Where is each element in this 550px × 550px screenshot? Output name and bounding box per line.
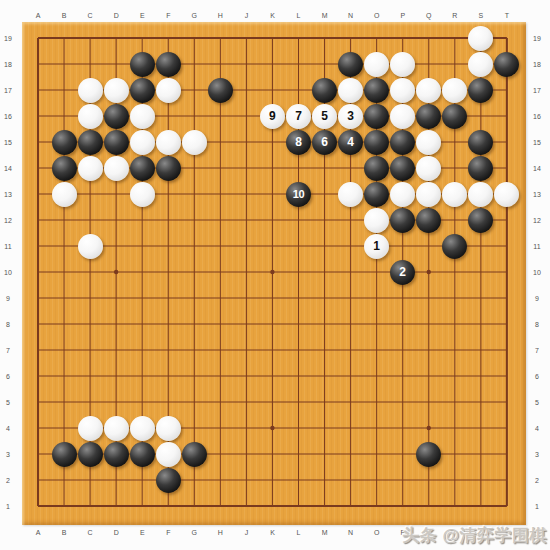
intersection-K7[interactable] [259, 337, 285, 363]
intersection-R8[interactable] [442, 311, 468, 337]
intersection-O11[interactable]: 1 [364, 233, 390, 259]
intersection-S17[interactable] [468, 77, 494, 103]
intersection-K13[interactable] [259, 181, 285, 207]
intersection-K11[interactable] [259, 233, 285, 259]
intersection-S12[interactable] [468, 207, 494, 233]
intersection-C18[interactable] [77, 51, 103, 77]
intersection-F2[interactable] [155, 467, 181, 493]
intersection-B1[interactable] [51, 493, 77, 519]
intersection-D10[interactable] [103, 259, 129, 285]
intersection-T10[interactable] [494, 259, 520, 285]
intersection-T16[interactable] [494, 103, 520, 129]
intersection-O10[interactable] [364, 259, 390, 285]
intersection-F1[interactable] [155, 493, 181, 519]
intersection-L1[interactable] [285, 493, 311, 519]
intersection-P14[interactable] [390, 155, 416, 181]
intersection-P13[interactable] [390, 181, 416, 207]
intersection-N7[interactable] [338, 337, 364, 363]
intersection-C15[interactable] [77, 129, 103, 155]
intersection-D7[interactable] [103, 337, 129, 363]
intersection-H8[interactable] [207, 311, 233, 337]
intersection-R15[interactable] [442, 129, 468, 155]
intersection-Q5[interactable] [416, 389, 442, 415]
intersection-E16[interactable] [129, 103, 155, 129]
intersection-J17[interactable] [233, 77, 259, 103]
intersection-K10[interactable] [259, 259, 285, 285]
intersection-S3[interactable] [468, 441, 494, 467]
intersection-J11[interactable] [233, 233, 259, 259]
intersection-J15[interactable] [233, 129, 259, 155]
intersection-H3[interactable] [207, 441, 233, 467]
intersection-F17[interactable] [155, 77, 181, 103]
intersection-G3[interactable] [181, 441, 207, 467]
intersection-S8[interactable] [468, 311, 494, 337]
intersection-E18[interactable] [129, 51, 155, 77]
intersection-E13[interactable] [129, 181, 155, 207]
intersection-M2[interactable] [312, 467, 338, 493]
intersection-E15[interactable] [129, 129, 155, 155]
intersection-N11[interactable] [338, 233, 364, 259]
intersection-G18[interactable] [181, 51, 207, 77]
intersection-H9[interactable] [207, 285, 233, 311]
intersection-T7[interactable] [494, 337, 520, 363]
intersection-P15[interactable] [390, 129, 416, 155]
intersection-F9[interactable] [155, 285, 181, 311]
intersection-P12[interactable] [390, 207, 416, 233]
intersection-M10[interactable] [312, 259, 338, 285]
intersection-L18[interactable] [285, 51, 311, 77]
intersection-T15[interactable] [494, 129, 520, 155]
intersection-N3[interactable] [338, 441, 364, 467]
intersection-M15[interactable]: 6 [312, 129, 338, 155]
intersection-T12[interactable] [494, 207, 520, 233]
intersection-J8[interactable] [233, 311, 259, 337]
intersection-B12[interactable] [51, 207, 77, 233]
intersection-E8[interactable] [129, 311, 155, 337]
intersection-R11[interactable] [442, 233, 468, 259]
intersection-K8[interactable] [259, 311, 285, 337]
intersection-O17[interactable] [364, 77, 390, 103]
intersection-M3[interactable] [312, 441, 338, 467]
intersection-P16[interactable] [390, 103, 416, 129]
intersection-N14[interactable] [338, 155, 364, 181]
intersection-O14[interactable] [364, 155, 390, 181]
intersection-G7[interactable] [181, 337, 207, 363]
intersection-D14[interactable] [103, 155, 129, 181]
intersection-G2[interactable] [181, 467, 207, 493]
intersection-M8[interactable] [312, 311, 338, 337]
intersection-O7[interactable] [364, 337, 390, 363]
intersection-L9[interactable] [285, 285, 311, 311]
intersection-Q2[interactable] [416, 467, 442, 493]
intersection-N13[interactable] [338, 181, 364, 207]
intersection-K5[interactable] [259, 389, 285, 415]
intersection-C14[interactable] [77, 155, 103, 181]
intersection-C2[interactable] [77, 467, 103, 493]
intersection-D13[interactable] [103, 181, 129, 207]
intersection-D16[interactable] [103, 103, 129, 129]
intersection-S13[interactable] [468, 181, 494, 207]
intersection-H15[interactable] [207, 129, 233, 155]
intersection-K12[interactable] [259, 207, 285, 233]
intersection-Q14[interactable] [416, 155, 442, 181]
intersection-A6[interactable] [25, 363, 51, 389]
intersection-E6[interactable] [129, 363, 155, 389]
intersection-F10[interactable] [155, 259, 181, 285]
intersection-J2[interactable] [233, 467, 259, 493]
intersection-K15[interactable] [259, 129, 285, 155]
intersection-J13[interactable] [233, 181, 259, 207]
intersection-G10[interactable] [181, 259, 207, 285]
intersection-J1[interactable] [233, 493, 259, 519]
intersection-J16[interactable] [233, 103, 259, 129]
intersection-D19[interactable] [103, 25, 129, 51]
intersection-L4[interactable] [285, 415, 311, 441]
intersection-H7[interactable] [207, 337, 233, 363]
intersection-G9[interactable] [181, 285, 207, 311]
intersection-B15[interactable] [51, 129, 77, 155]
intersection-L15[interactable]: 8 [285, 129, 311, 155]
intersection-P4[interactable] [390, 415, 416, 441]
intersection-J5[interactable] [233, 389, 259, 415]
intersection-M19[interactable] [312, 25, 338, 51]
intersection-T5[interactable] [494, 389, 520, 415]
intersection-O3[interactable] [364, 441, 390, 467]
intersection-K19[interactable] [259, 25, 285, 51]
intersection-B8[interactable] [51, 311, 77, 337]
intersection-O8[interactable] [364, 311, 390, 337]
intersection-B9[interactable] [51, 285, 77, 311]
intersection-E14[interactable] [129, 155, 155, 181]
intersection-J3[interactable] [233, 441, 259, 467]
intersection-R18[interactable] [442, 51, 468, 77]
intersection-J19[interactable] [233, 25, 259, 51]
intersection-O6[interactable] [364, 363, 390, 389]
intersection-R1[interactable] [442, 493, 468, 519]
intersection-A14[interactable] [25, 155, 51, 181]
intersection-N6[interactable] [338, 363, 364, 389]
intersection-G1[interactable] [181, 493, 207, 519]
intersection-R10[interactable] [442, 259, 468, 285]
intersection-N4[interactable] [338, 415, 364, 441]
intersection-P9[interactable] [390, 285, 416, 311]
intersection-O19[interactable] [364, 25, 390, 51]
intersection-O16[interactable] [364, 103, 390, 129]
intersection-G19[interactable] [181, 25, 207, 51]
intersection-T4[interactable] [494, 415, 520, 441]
intersection-C8[interactable] [77, 311, 103, 337]
intersection-P3[interactable] [390, 441, 416, 467]
intersection-B3[interactable] [51, 441, 77, 467]
intersection-C7[interactable] [77, 337, 103, 363]
intersection-Q8[interactable] [416, 311, 442, 337]
intersection-Q15[interactable] [416, 129, 442, 155]
intersection-Q12[interactable] [416, 207, 442, 233]
intersection-N8[interactable] [338, 311, 364, 337]
intersection-B19[interactable] [51, 25, 77, 51]
intersection-H2[interactable] [207, 467, 233, 493]
intersection-A2[interactable] [25, 467, 51, 493]
intersection-A13[interactable] [25, 181, 51, 207]
intersection-L8[interactable] [285, 311, 311, 337]
intersection-Q18[interactable] [416, 51, 442, 77]
intersection-P7[interactable] [390, 337, 416, 363]
intersection-L17[interactable] [285, 77, 311, 103]
intersection-L2[interactable] [285, 467, 311, 493]
intersection-R7[interactable] [442, 337, 468, 363]
intersection-B6[interactable] [51, 363, 77, 389]
intersection-A16[interactable] [25, 103, 51, 129]
intersection-L11[interactable] [285, 233, 311, 259]
intersection-A11[interactable] [25, 233, 51, 259]
intersection-N5[interactable] [338, 389, 364, 415]
intersection-D4[interactable] [103, 415, 129, 441]
intersection-R13[interactable] [442, 181, 468, 207]
intersection-G16[interactable] [181, 103, 207, 129]
intersection-S7[interactable] [468, 337, 494, 363]
intersection-R9[interactable] [442, 285, 468, 311]
intersection-Q9[interactable] [416, 285, 442, 311]
intersection-F12[interactable] [155, 207, 181, 233]
intersection-N17[interactable] [338, 77, 364, 103]
intersection-J14[interactable] [233, 155, 259, 181]
intersection-F3[interactable] [155, 441, 181, 467]
intersection-Q17[interactable] [416, 77, 442, 103]
intersection-J4[interactable] [233, 415, 259, 441]
intersection-E2[interactable] [129, 467, 155, 493]
intersection-H12[interactable] [207, 207, 233, 233]
intersection-M5[interactable] [312, 389, 338, 415]
intersection-J9[interactable] [233, 285, 259, 311]
intersection-O5[interactable] [364, 389, 390, 415]
intersection-C13[interactable] [77, 181, 103, 207]
intersection-O4[interactable] [364, 415, 390, 441]
intersection-J18[interactable] [233, 51, 259, 77]
intersection-N18[interactable] [338, 51, 364, 77]
intersection-N10[interactable] [338, 259, 364, 285]
intersection-T17[interactable] [494, 77, 520, 103]
intersection-C9[interactable] [77, 285, 103, 311]
intersection-K17[interactable] [259, 77, 285, 103]
intersection-S6[interactable] [468, 363, 494, 389]
intersection-F14[interactable] [155, 155, 181, 181]
intersection-T19[interactable] [494, 25, 520, 51]
intersection-A10[interactable] [25, 259, 51, 285]
intersection-S5[interactable] [468, 389, 494, 415]
intersection-T14[interactable] [494, 155, 520, 181]
intersection-K6[interactable] [259, 363, 285, 389]
intersection-A3[interactable] [25, 441, 51, 467]
intersection-O2[interactable] [364, 467, 390, 493]
intersection-L19[interactable] [285, 25, 311, 51]
intersection-Q4[interactable] [416, 415, 442, 441]
intersection-R14[interactable] [442, 155, 468, 181]
intersection-C3[interactable] [77, 441, 103, 467]
intersection-O15[interactable] [364, 129, 390, 155]
intersection-K3[interactable] [259, 441, 285, 467]
intersection-B5[interactable] [51, 389, 77, 415]
intersection-F5[interactable] [155, 389, 181, 415]
intersection-Q6[interactable] [416, 363, 442, 389]
intersection-G13[interactable] [181, 181, 207, 207]
intersection-C17[interactable] [77, 77, 103, 103]
intersection-G11[interactable] [181, 233, 207, 259]
intersection-Q3[interactable] [416, 441, 442, 467]
intersection-D11[interactable] [103, 233, 129, 259]
intersection-N16[interactable]: 3 [338, 103, 364, 129]
intersection-L13[interactable]: 10 [285, 181, 311, 207]
intersection-L14[interactable] [285, 155, 311, 181]
intersection-P8[interactable] [390, 311, 416, 337]
intersection-Q11[interactable] [416, 233, 442, 259]
intersection-B13[interactable] [51, 181, 77, 207]
intersection-O1[interactable] [364, 493, 390, 519]
intersection-T3[interactable] [494, 441, 520, 467]
intersection-S15[interactable] [468, 129, 494, 155]
intersection-C12[interactable] [77, 207, 103, 233]
intersection-B4[interactable] [51, 415, 77, 441]
intersection-N12[interactable] [338, 207, 364, 233]
intersection-M9[interactable] [312, 285, 338, 311]
intersection-A7[interactable] [25, 337, 51, 363]
intersection-H10[interactable] [207, 259, 233, 285]
intersection-M4[interactable] [312, 415, 338, 441]
intersection-M6[interactable] [312, 363, 338, 389]
intersection-P18[interactable] [390, 51, 416, 77]
intersection-S4[interactable] [468, 415, 494, 441]
intersection-D17[interactable] [103, 77, 129, 103]
intersection-Q16[interactable] [416, 103, 442, 129]
intersection-A9[interactable] [25, 285, 51, 311]
intersection-E1[interactable] [129, 493, 155, 519]
intersection-N2[interactable] [338, 467, 364, 493]
intersection-S19[interactable] [468, 25, 494, 51]
intersection-D6[interactable] [103, 363, 129, 389]
intersection-R19[interactable] [442, 25, 468, 51]
intersection-D5[interactable] [103, 389, 129, 415]
intersection-H18[interactable] [207, 51, 233, 77]
intersection-F8[interactable] [155, 311, 181, 337]
intersection-F18[interactable] [155, 51, 181, 77]
intersection-H4[interactable] [207, 415, 233, 441]
intersection-L5[interactable] [285, 389, 311, 415]
intersection-R2[interactable] [442, 467, 468, 493]
intersection-B10[interactable] [51, 259, 77, 285]
intersection-C4[interactable] [77, 415, 103, 441]
intersection-R16[interactable] [442, 103, 468, 129]
intersection-M1[interactable] [312, 493, 338, 519]
intersection-A12[interactable] [25, 207, 51, 233]
intersection-H1[interactable] [207, 493, 233, 519]
intersection-B7[interactable] [51, 337, 77, 363]
intersection-B16[interactable] [51, 103, 77, 129]
intersection-E4[interactable] [129, 415, 155, 441]
intersection-P2[interactable] [390, 467, 416, 493]
intersection-B18[interactable] [51, 51, 77, 77]
intersection-E11[interactable] [129, 233, 155, 259]
intersection-A15[interactable] [25, 129, 51, 155]
intersection-S16[interactable] [468, 103, 494, 129]
intersection-C1[interactable] [77, 493, 103, 519]
intersection-M11[interactable] [312, 233, 338, 259]
intersection-N15[interactable]: 4 [338, 129, 364, 155]
intersection-H19[interactable] [207, 25, 233, 51]
intersection-S2[interactable] [468, 467, 494, 493]
intersection-T6[interactable] [494, 363, 520, 389]
intersection-L16[interactable]: 7 [285, 103, 311, 129]
intersection-B17[interactable] [51, 77, 77, 103]
intersection-T13[interactable] [494, 181, 520, 207]
intersection-T11[interactable] [494, 233, 520, 259]
intersection-D2[interactable] [103, 467, 129, 493]
intersection-D12[interactable] [103, 207, 129, 233]
intersection-E7[interactable] [129, 337, 155, 363]
intersection-P10[interactable]: 2 [390, 259, 416, 285]
intersection-D3[interactable] [103, 441, 129, 467]
intersection-F15[interactable] [155, 129, 181, 155]
intersection-G15[interactable] [181, 129, 207, 155]
intersection-O18[interactable] [364, 51, 390, 77]
intersection-J6[interactable] [233, 363, 259, 389]
intersection-C5[interactable] [77, 389, 103, 415]
intersection-T18[interactable] [494, 51, 520, 77]
intersection-E10[interactable] [129, 259, 155, 285]
intersection-N9[interactable] [338, 285, 364, 311]
intersection-J12[interactable] [233, 207, 259, 233]
intersection-C19[interactable] [77, 25, 103, 51]
intersection-B14[interactable] [51, 155, 77, 181]
intersection-M18[interactable] [312, 51, 338, 77]
intersection-A4[interactable] [25, 415, 51, 441]
intersection-R17[interactable] [442, 77, 468, 103]
intersection-K2[interactable] [259, 467, 285, 493]
intersection-F6[interactable] [155, 363, 181, 389]
intersection-Q19[interactable] [416, 25, 442, 51]
intersection-Q1[interactable] [416, 493, 442, 519]
intersection-K18[interactable] [259, 51, 285, 77]
intersection-L12[interactable] [285, 207, 311, 233]
intersection-G4[interactable] [181, 415, 207, 441]
intersection-L10[interactable] [285, 259, 311, 285]
intersection-D1[interactable] [103, 493, 129, 519]
intersection-A19[interactable] [25, 25, 51, 51]
intersection-B2[interactable] [51, 467, 77, 493]
intersection-H11[interactable] [207, 233, 233, 259]
intersection-S11[interactable] [468, 233, 494, 259]
intersection-E3[interactable] [129, 441, 155, 467]
intersection-K14[interactable] [259, 155, 285, 181]
intersection-K1[interactable] [259, 493, 285, 519]
intersection-S14[interactable] [468, 155, 494, 181]
intersection-Q7[interactable] [416, 337, 442, 363]
intersection-C11[interactable] [77, 233, 103, 259]
intersection-O12[interactable] [364, 207, 390, 233]
intersection-G17[interactable] [181, 77, 207, 103]
intersection-G6[interactable] [181, 363, 207, 389]
intersection-P6[interactable] [390, 363, 416, 389]
intersection-C10[interactable] [77, 259, 103, 285]
intersection-T2[interactable] [494, 467, 520, 493]
intersection-M14[interactable] [312, 155, 338, 181]
intersection-E17[interactable] [129, 77, 155, 103]
intersection-S10[interactable] [468, 259, 494, 285]
intersection-O13[interactable] [364, 181, 390, 207]
intersection-H14[interactable] [207, 155, 233, 181]
intersection-R5[interactable] [442, 389, 468, 415]
intersection-C16[interactable] [77, 103, 103, 129]
intersection-G8[interactable] [181, 311, 207, 337]
intersection-O9[interactable] [364, 285, 390, 311]
